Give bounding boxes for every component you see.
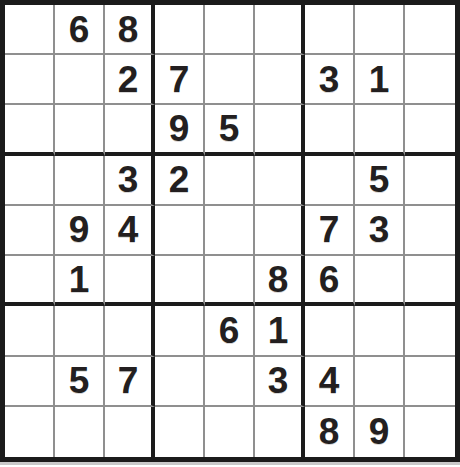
cell-r4c6 [255, 156, 305, 206]
cell-r7c1 [5, 306, 55, 356]
cell-r5c7: 7 [305, 206, 355, 256]
cell-r3c7 [305, 105, 355, 155]
cell-r8c7: 4 [305, 357, 355, 407]
cell-r1c5 [205, 5, 255, 55]
cell-r7c5: 6 [205, 306, 255, 356]
cell-r5c6 [255, 206, 305, 256]
cell-r5c5 [205, 206, 255, 256]
cell-r6c1 [5, 256, 55, 306]
cell-r4c2 [55, 156, 105, 206]
cell-r9c4 [155, 407, 205, 457]
cell-r2c9 [405, 55, 455, 105]
cell-r6c3 [105, 256, 155, 306]
cell-r3c3 [105, 105, 155, 155]
cell-r6c6: 8 [255, 256, 305, 306]
cell-r4c3: 3 [105, 156, 155, 206]
cell-r9c6 [255, 407, 305, 457]
cell-r4c4: 2 [155, 156, 205, 206]
cell-r2c2 [55, 55, 105, 105]
cell-r3c1 [5, 105, 55, 155]
cell-r1c8 [355, 5, 405, 55]
cell-r1c6 [255, 5, 305, 55]
cell-r4c9 [405, 156, 455, 206]
cell-r2c3: 2 [105, 55, 155, 105]
cell-r7c2 [55, 306, 105, 356]
cell-r2c1 [5, 55, 55, 105]
cell-r8c9 [405, 357, 455, 407]
cell-r4c1 [5, 156, 55, 206]
cell-r1c1 [5, 5, 55, 55]
cell-r7c6: 1 [255, 306, 305, 356]
cell-r1c3: 8 [105, 5, 155, 55]
cell-r9c1 [5, 407, 55, 457]
cell-r9c2 [55, 407, 105, 457]
cell-r3c6 [255, 105, 305, 155]
cell-r7c4 [155, 306, 205, 356]
cell-r2c8: 1 [355, 55, 405, 105]
cell-r2c6 [255, 55, 305, 105]
cell-r8c1 [5, 357, 55, 407]
cell-r1c2: 6 [55, 5, 105, 55]
cell-r9c7: 8 [305, 407, 355, 457]
cell-r8c2: 5 [55, 357, 105, 407]
cell-r6c4 [155, 256, 205, 306]
cell-r8c5 [205, 357, 255, 407]
cell-r2c7: 3 [305, 55, 355, 105]
cell-r5c1 [5, 206, 55, 256]
sudoku-page: 68273195325947318661573489 [0, 0, 460, 467]
cell-r1c9 [405, 5, 455, 55]
cell-r2c4: 7 [155, 55, 205, 105]
cell-r6c2: 1 [55, 256, 105, 306]
cell-r3c9 [405, 105, 455, 155]
cell-r1c4 [155, 5, 205, 55]
cell-r3c4: 9 [155, 105, 205, 155]
cell-r8c4 [155, 357, 205, 407]
cell-r8c6: 3 [255, 357, 305, 407]
sudoku-board: 68273195325947318661573489 [0, 0, 460, 462]
cell-r5c4 [155, 206, 205, 256]
cell-r9c8: 9 [355, 407, 405, 457]
cell-r1c7 [305, 5, 355, 55]
cell-r9c9 [405, 407, 455, 457]
cell-r9c3 [105, 407, 155, 457]
cell-r7c9 [405, 306, 455, 356]
cell-r7c8 [355, 306, 405, 356]
cell-r3c5: 5 [205, 105, 255, 155]
cell-r9c5 [205, 407, 255, 457]
cell-r6c8 [355, 256, 405, 306]
cell-r3c8 [355, 105, 405, 155]
cell-r7c3 [105, 306, 155, 356]
cell-r8c8 [355, 357, 405, 407]
cell-r5c8: 3 [355, 206, 405, 256]
cell-r4c7 [305, 156, 355, 206]
cell-r5c9 [405, 206, 455, 256]
cell-r5c3: 4 [105, 206, 155, 256]
cell-r4c5 [205, 156, 255, 206]
cell-r8c3: 7 [105, 357, 155, 407]
cell-r5c2: 9 [55, 206, 105, 256]
cell-r6c7: 6 [305, 256, 355, 306]
cell-r4c8: 5 [355, 156, 405, 206]
cell-r7c7 [305, 306, 355, 356]
cell-r2c5 [205, 55, 255, 105]
cell-r6c5 [205, 256, 255, 306]
cell-r3c2 [55, 105, 105, 155]
cell-r6c9 [405, 256, 455, 306]
